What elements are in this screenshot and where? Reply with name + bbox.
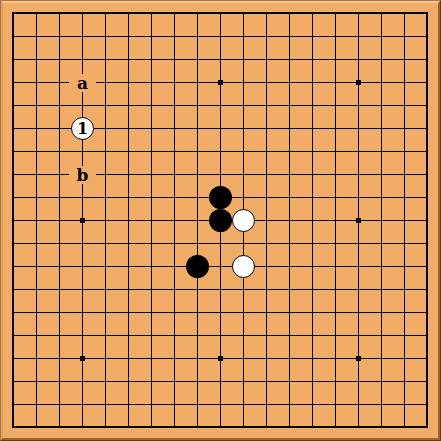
stone-white — [232, 255, 255, 278]
go-board: 1ab — [0, 0, 441, 441]
stone-white: 1 — [71, 117, 94, 140]
goban-grid: 1ab — [2, 2, 439, 439]
stone-black — [209, 186, 232, 209]
star-point — [218, 356, 223, 361]
star-point — [80, 218, 85, 223]
go-board-field: 1ab — [1, 1, 440, 440]
stone-black — [209, 209, 232, 232]
star-point — [218, 80, 223, 85]
star-point — [356, 218, 361, 223]
star-point — [80, 356, 85, 361]
point-label: b — [69, 166, 97, 184]
star-point — [356, 80, 361, 85]
point-label-cell: a — [71, 71, 94, 94]
stone-white — [232, 209, 255, 232]
stone-black — [186, 255, 209, 278]
point-label: a — [69, 74, 96, 92]
star-point — [356, 356, 361, 361]
point-label-cell: b — [71, 163, 94, 186]
